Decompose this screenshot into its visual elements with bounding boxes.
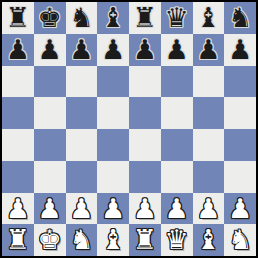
square-e1[interactable]: ♜ bbox=[129, 224, 161, 256]
black-pawn[interactable]: ♟ bbox=[133, 34, 157, 66]
square-b5[interactable] bbox=[34, 97, 66, 129]
square-a2[interactable]: ♟ bbox=[2, 193, 34, 225]
square-g3[interactable] bbox=[193, 161, 225, 193]
square-e2[interactable]: ♟ bbox=[129, 193, 161, 225]
square-a3[interactable] bbox=[2, 161, 34, 193]
square-f5[interactable] bbox=[161, 97, 193, 129]
black-knight[interactable]: ♞ bbox=[69, 2, 93, 34]
square-f2[interactable]: ♟ bbox=[161, 193, 193, 225]
square-c1[interactable]: ♞ bbox=[66, 224, 98, 256]
square-g5[interactable] bbox=[193, 97, 225, 129]
square-b2[interactable]: ♟ bbox=[34, 193, 66, 225]
white-knight[interactable]: ♞ bbox=[69, 224, 93, 256]
black-king[interactable]: ♚ bbox=[38, 2, 62, 34]
square-a8[interactable]: ♜ bbox=[2, 2, 34, 34]
square-h1[interactable]: ♞ bbox=[224, 224, 256, 256]
black-pawn[interactable]: ♟ bbox=[228, 34, 252, 66]
square-d1[interactable]: ♝ bbox=[97, 224, 129, 256]
square-e8[interactable]: ♜ bbox=[129, 2, 161, 34]
black-knight[interactable]: ♞ bbox=[228, 2, 252, 34]
square-a6[interactable] bbox=[2, 66, 34, 98]
white-rook[interactable]: ♜ bbox=[133, 224, 157, 256]
white-pawn[interactable]: ♟ bbox=[69, 193, 93, 225]
square-c2[interactable]: ♟ bbox=[66, 193, 98, 225]
square-c3[interactable] bbox=[66, 161, 98, 193]
square-b3[interactable] bbox=[34, 161, 66, 193]
square-e6[interactable] bbox=[129, 66, 161, 98]
square-d3[interactable] bbox=[97, 161, 129, 193]
square-a5[interactable] bbox=[2, 97, 34, 129]
square-d5[interactable] bbox=[97, 97, 129, 129]
square-f1[interactable]: ♛ bbox=[161, 224, 193, 256]
square-f7[interactable]: ♟ bbox=[161, 34, 193, 66]
square-f4[interactable] bbox=[161, 129, 193, 161]
white-pawn[interactable]: ♟ bbox=[228, 193, 252, 225]
square-e7[interactable]: ♟ bbox=[129, 34, 161, 66]
black-pawn[interactable]: ♟ bbox=[101, 34, 125, 66]
square-a1[interactable]: ♜ bbox=[2, 224, 34, 256]
square-b7[interactable]: ♟ bbox=[34, 34, 66, 66]
white-bishop[interactable]: ♝ bbox=[101, 224, 125, 256]
white-queen[interactable]: ♛ bbox=[165, 224, 189, 256]
white-pawn[interactable]: ♟ bbox=[165, 193, 189, 225]
square-e3[interactable] bbox=[129, 161, 161, 193]
square-c7[interactable]: ♟ bbox=[66, 34, 98, 66]
square-d8[interactable]: ♝ bbox=[97, 2, 129, 34]
square-b4[interactable] bbox=[34, 129, 66, 161]
white-pawn[interactable]: ♟ bbox=[38, 193, 62, 225]
chess-board-frame: ♜♚♞♝♜♛♝♞♟♟♟♟♟♟♟♟♟♟♟♟♟♟♟♟♜♚♞♝♜♛♝♞ bbox=[0, 0, 258, 258]
square-g4[interactable] bbox=[193, 129, 225, 161]
square-c4[interactable] bbox=[66, 129, 98, 161]
square-h4[interactable] bbox=[224, 129, 256, 161]
white-rook[interactable]: ♜ bbox=[6, 224, 30, 256]
square-c5[interactable] bbox=[66, 97, 98, 129]
square-a7[interactable]: ♟ bbox=[2, 34, 34, 66]
square-g7[interactable]: ♟ bbox=[193, 34, 225, 66]
square-e4[interactable] bbox=[129, 129, 161, 161]
square-b1[interactable]: ♚ bbox=[34, 224, 66, 256]
white-pawn[interactable]: ♟ bbox=[196, 193, 220, 225]
square-g1[interactable]: ♝ bbox=[193, 224, 225, 256]
black-pawn[interactable]: ♟ bbox=[69, 34, 93, 66]
square-f8[interactable]: ♛ bbox=[161, 2, 193, 34]
square-b8[interactable]: ♚ bbox=[34, 2, 66, 34]
square-h5[interactable] bbox=[224, 97, 256, 129]
square-d2[interactable]: ♟ bbox=[97, 193, 129, 225]
black-pawn[interactable]: ♟ bbox=[165, 34, 189, 66]
square-c6[interactable] bbox=[66, 66, 98, 98]
square-h3[interactable] bbox=[224, 161, 256, 193]
square-d6[interactable] bbox=[97, 66, 129, 98]
black-pawn[interactable]: ♟ bbox=[6, 34, 30, 66]
square-g8[interactable]: ♝ bbox=[193, 2, 225, 34]
white-bishop[interactable]: ♝ bbox=[196, 224, 220, 256]
square-h7[interactable]: ♟ bbox=[224, 34, 256, 66]
square-e5[interactable] bbox=[129, 97, 161, 129]
square-b6[interactable] bbox=[34, 66, 66, 98]
square-g2[interactable]: ♟ bbox=[193, 193, 225, 225]
white-king[interactable]: ♚ bbox=[38, 224, 62, 256]
black-rook[interactable]: ♜ bbox=[6, 2, 30, 34]
black-queen[interactable]: ♛ bbox=[165, 2, 189, 34]
square-c8[interactable]: ♞ bbox=[66, 2, 98, 34]
black-rook[interactable]: ♜ bbox=[133, 2, 157, 34]
square-h8[interactable]: ♞ bbox=[224, 2, 256, 34]
white-knight[interactable]: ♞ bbox=[228, 224, 252, 256]
square-h6[interactable] bbox=[224, 66, 256, 98]
black-bishop[interactable]: ♝ bbox=[196, 2, 220, 34]
white-pawn[interactable]: ♟ bbox=[101, 193, 125, 225]
white-pawn[interactable]: ♟ bbox=[133, 193, 157, 225]
square-g6[interactable] bbox=[193, 66, 225, 98]
white-pawn[interactable]: ♟ bbox=[6, 193, 30, 225]
square-f6[interactable] bbox=[161, 66, 193, 98]
black-pawn[interactable]: ♟ bbox=[196, 34, 220, 66]
black-pawn[interactable]: ♟ bbox=[38, 34, 62, 66]
square-h2[interactable]: ♟ bbox=[224, 193, 256, 225]
square-d4[interactable] bbox=[97, 129, 129, 161]
black-bishop[interactable]: ♝ bbox=[101, 2, 125, 34]
square-d7[interactable]: ♟ bbox=[97, 34, 129, 66]
chess-board: ♜♚♞♝♜♛♝♞♟♟♟♟♟♟♟♟♟♟♟♟♟♟♟♟♜♚♞♝♜♛♝♞ bbox=[2, 2, 256, 256]
square-a4[interactable] bbox=[2, 129, 34, 161]
square-f3[interactable] bbox=[161, 161, 193, 193]
